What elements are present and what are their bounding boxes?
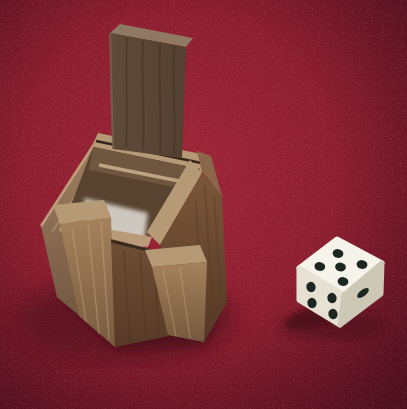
photo-scene: Small walnut dice box with its sliding l… bbox=[0, 0, 407, 409]
box-lid bbox=[110, 24, 193, 158]
dice-box-photo bbox=[0, 0, 407, 409]
